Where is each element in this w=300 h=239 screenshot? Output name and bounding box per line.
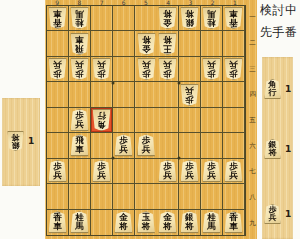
- piece-gote-銀将[interactable]: 銀将: [180, 7, 199, 29]
- rank-label-9: 九: [248, 210, 257, 236]
- cell-9-9[interactable]: 香車: [47, 210, 69, 235]
- rank-label-8: 八: [248, 185, 257, 211]
- piece-kanji: 歩: [163, 69, 172, 78]
- piece-gote-角行[interactable]: 角行: [92, 109, 111, 131]
- piece-kanji: 馬: [75, 222, 84, 231]
- cell-6-2[interactable]: [113, 31, 135, 56]
- piece-kanji: 歩: [229, 69, 238, 78]
- piece-gote-銀将[interactable]: 銀将: [7, 131, 24, 151]
- cell-9-2[interactable]: [47, 31, 69, 56]
- piece-kanji: 将: [269, 149, 277, 158]
- cell-2-7[interactable]: 歩兵: [201, 159, 223, 184]
- rank-label-3: 三: [248, 56, 257, 82]
- piece-kanji: 将: [163, 35, 172, 44]
- star-point: [112, 157, 115, 160]
- piece-kanji: 歩: [75, 69, 84, 78]
- piece-sente-歩兵[interactable]: 歩兵: [92, 160, 111, 182]
- cell-8-5[interactable]: 歩兵: [69, 108, 91, 133]
- cell-7-2[interactable]: [91, 31, 113, 56]
- cell-5-9[interactable]: 玉将: [135, 210, 157, 235]
- piece-kanji: 将: [163, 222, 172, 231]
- piece-gote-歩兵[interactable]: 歩兵: [180, 84, 199, 106]
- cell-9-6[interactable]: [47, 133, 69, 158]
- hand-count: 1: [285, 144, 291, 154]
- cell-8-7[interactable]: [69, 159, 91, 184]
- rank-label-7: 七: [248, 159, 257, 185]
- piece-kanji: 将: [185, 222, 194, 231]
- piece-gote-金将[interactable]: 金将: [158, 7, 177, 29]
- piece-kanji: 車: [75, 35, 84, 44]
- cell-9-4[interactable]: [47, 82, 69, 107]
- board-grid: 香車桂馬金将銀将桂馬香車飛車金将王将歩兵歩兵歩兵歩兵歩兵歩兵歩兵歩兵歩兵角行飛車…: [46, 5, 246, 236]
- cell-3-9[interactable]: 銀将: [179, 210, 201, 235]
- cell-5-1[interactable]: [135, 6, 157, 31]
- cell-8-4[interactable]: [69, 82, 91, 107]
- cell-1-8[interactable]: [223, 184, 245, 209]
- piece-kanji: 銀: [12, 141, 20, 150]
- piece-kanji: 兵: [119, 145, 128, 154]
- cell-6-6[interactable]: 歩兵: [113, 133, 135, 158]
- hand-entry-銀将: 銀将1: [264, 139, 291, 159]
- piece-kanji: 将: [119, 222, 128, 231]
- cell-9-1[interactable]: 香車: [47, 6, 69, 31]
- cell-1-7[interactable]: 歩兵: [223, 159, 245, 184]
- cell-1-2[interactable]: [223, 31, 245, 56]
- piece-kanji: 兵: [75, 60, 84, 69]
- piece-kanji: 兵: [142, 60, 151, 69]
- cell-3-8[interactable]: [179, 184, 201, 209]
- piece-kanji: 兵: [207, 171, 216, 180]
- star-point: [112, 81, 115, 84]
- cell-6-1[interactable]: [113, 6, 135, 31]
- cell-2-4[interactable]: [201, 82, 223, 107]
- cell-3-6[interactable]: [179, 133, 201, 158]
- cell-7-8[interactable]: [91, 184, 113, 209]
- cell-4-5[interactable]: [157, 108, 179, 133]
- cell-1-3[interactable]: 歩兵: [223, 57, 245, 82]
- cell-1-5[interactable]: [223, 108, 245, 133]
- cell-2-5[interactable]: [201, 108, 223, 133]
- cell-9-3[interactable]: 歩兵: [47, 57, 69, 82]
- star-point: [177, 157, 180, 160]
- cell-7-9[interactable]: [91, 210, 113, 235]
- piece-sente-桂馬[interactable]: 桂馬: [70, 211, 89, 233]
- cell-7-4[interactable]: [91, 82, 113, 107]
- cell-5-8[interactable]: [135, 184, 157, 209]
- piece-gote-金将[interactable]: 金将: [137, 33, 156, 55]
- cell-5-6[interactable]: 歩兵: [135, 133, 157, 158]
- cell-1-6[interactable]: [223, 133, 245, 158]
- cell-8-9[interactable]: 桂馬: [69, 210, 91, 235]
- piece-gote-歩兵[interactable]: 歩兵: [70, 58, 89, 80]
- cell-1-4[interactable]: [223, 82, 245, 107]
- cell-2-3[interactable]: 歩兵: [201, 57, 223, 82]
- piece-kanji: 車: [229, 222, 238, 231]
- piece-kanji: 桂: [75, 18, 84, 27]
- piece-sente-香車[interactable]: 香車: [48, 211, 67, 233]
- piece-gote-歩兵[interactable]: 歩兵: [202, 58, 221, 80]
- piece-kanji: 兵: [163, 171, 172, 180]
- cell-8-6[interactable]: 飛車: [69, 133, 91, 158]
- piece-kanji: 兵: [163, 60, 172, 69]
- cell-8-8[interactable]: [69, 184, 91, 209]
- piece-gote-歩兵[interactable]: 歩兵: [137, 58, 156, 80]
- cell-2-2[interactable]: [201, 31, 223, 56]
- piece-gote-桂馬[interactable]: 桂馬: [202, 7, 221, 29]
- cell-1-9[interactable]: 香車: [223, 210, 245, 235]
- piece-sente-銀将[interactable]: 銀将: [180, 211, 199, 233]
- piece-kanji: 将: [185, 9, 194, 18]
- cell-4-7[interactable]: 歩兵: [157, 159, 179, 184]
- cell-2-8[interactable]: [201, 184, 223, 209]
- cell-4-6[interactable]: [157, 133, 179, 158]
- cell-3-7[interactable]: 歩兵: [179, 159, 201, 184]
- piece-kanji: 桂: [207, 18, 216, 27]
- piece-kanji: 兵: [229, 171, 238, 180]
- gote-hand-stand: 銀将1: [2, 98, 40, 186]
- piece-kanji: 車: [53, 222, 62, 231]
- piece-kanji: 兵: [185, 86, 194, 95]
- cell-9-8[interactable]: [47, 184, 69, 209]
- piece-kanji: 将: [163, 9, 172, 18]
- piece-kanji: 車: [53, 9, 62, 18]
- cell-5-5[interactable]: [135, 108, 157, 133]
- cell-2-9[interactable]: 桂馬: [201, 210, 223, 235]
- status-panel: 検討中 先手番: [260, 4, 298, 48]
- piece-sente-角行[interactable]: 角行: [264, 79, 281, 99]
- rank-labels: 一二三四五六七八九: [248, 5, 257, 236]
- piece-kanji: 馬: [207, 9, 216, 18]
- cell-8-1[interactable]: 桂馬: [69, 6, 91, 31]
- cell-7-1[interactable]: [91, 6, 113, 31]
- piece-sente-歩兵[interactable]: 歩兵: [114, 134, 133, 156]
- piece-kanji: 兵: [207, 60, 216, 69]
- hand-entry-角行: 角行1: [264, 79, 291, 99]
- cell-3-4[interactable]: 歩兵: [179, 82, 201, 107]
- sente-hand-stand: 角行1銀将1歩兵1: [262, 57, 293, 239]
- piece-kanji: 角: [97, 120, 106, 129]
- piece-kanji: 歩: [97, 69, 106, 78]
- cell-4-1[interactable]: 金将: [157, 6, 179, 31]
- piece-sente-玉将[interactable]: 玉将: [137, 211, 156, 233]
- piece-kanji: 車: [75, 145, 84, 154]
- hand-count: 1: [285, 209, 291, 219]
- piece-sente-歩兵[interactable]: 歩兵: [264, 204, 281, 224]
- cell-4-4[interactable]: [157, 82, 179, 107]
- cell-7-3[interactable]: 歩兵: [91, 57, 113, 82]
- cell-5-3[interactable]: 歩兵: [135, 57, 157, 82]
- piece-sente-金将[interactable]: 金将: [158, 211, 177, 233]
- cell-6-5[interactable]: [113, 108, 135, 133]
- piece-kanji: 行: [97, 111, 106, 120]
- piece-sente-歩兵[interactable]: 歩兵: [48, 160, 67, 182]
- shogi-analysis-window: 銀将1 987654321 一二三四五六七八九 香車桂馬金将銀将桂馬香車飛車金将…: [0, 0, 300, 239]
- piece-kanji: 兵: [97, 171, 106, 180]
- cell-9-5[interactable]: [47, 108, 69, 133]
- rank-label-2: 二: [248, 31, 257, 57]
- cell-9-7[interactable]: 歩兵: [47, 159, 69, 184]
- hand-entry-歩兵: 歩兵1: [264, 204, 291, 224]
- piece-gote-香車[interactable]: 香車: [224, 7, 243, 29]
- rank-label-6: 六: [248, 133, 257, 159]
- piece-kanji: 馬: [207, 222, 216, 231]
- piece-sente-金将[interactable]: 金将: [114, 211, 133, 233]
- hand-count: 1: [285, 84, 291, 94]
- piece-kanji: 王: [163, 44, 172, 53]
- status-turn: 先手番: [260, 26, 298, 39]
- piece-kanji: 兵: [142, 145, 151, 154]
- cell-5-7[interactable]: [135, 159, 157, 184]
- status-analyzing: 検討中: [260, 4, 298, 17]
- piece-gote-歩兵[interactable]: 歩兵: [92, 58, 111, 80]
- piece-kanji: 歩: [207, 69, 216, 78]
- piece-kanji: 馬: [75, 9, 84, 18]
- piece-gote-飛車[interactable]: 飛車: [70, 33, 89, 55]
- piece-sente-飛車[interactable]: 飛車: [70, 134, 89, 156]
- piece-kanji: 兵: [185, 171, 194, 180]
- cell-7-6[interactable]: [91, 133, 113, 158]
- rank-label-4: 四: [248, 82, 257, 108]
- piece-sente-歩兵[interactable]: 歩兵: [180, 160, 199, 182]
- piece-kanji: 金: [142, 44, 151, 53]
- piece-kanji: 兵: [53, 171, 62, 180]
- cell-6-8[interactable]: [113, 184, 135, 209]
- piece-kanji: 飛: [75, 44, 84, 53]
- cell-5-4[interactable]: [135, 82, 157, 107]
- cell-5-2[interactable]: 金将: [135, 31, 157, 56]
- cell-8-2[interactable]: 飛車: [69, 31, 91, 56]
- cell-8-3[interactable]: 歩兵: [69, 57, 91, 82]
- cell-4-2[interactable]: 王将: [157, 31, 179, 56]
- cell-6-3[interactable]: [113, 57, 135, 82]
- piece-kanji: 銀: [185, 18, 194, 27]
- piece-sente-香車[interactable]: 香車: [224, 211, 243, 233]
- cell-2-6[interactable]: [201, 133, 223, 158]
- cell-1-1[interactable]: 香車: [223, 6, 245, 31]
- cell-2-1[interactable]: 桂馬: [201, 6, 223, 31]
- cell-7-7[interactable]: 歩兵: [91, 159, 113, 184]
- hand-entry-銀将: 銀将1: [7, 131, 34, 151]
- piece-kanji: 行: [269, 89, 277, 98]
- cell-3-5[interactable]: [179, 108, 201, 133]
- rank-label-5: 五: [248, 108, 257, 134]
- cell-3-2[interactable]: [179, 31, 201, 56]
- hand-count: 1: [28, 136, 34, 146]
- cell-6-9[interactable]: 金将: [113, 210, 135, 235]
- cell-6-4[interactable]: [113, 82, 135, 107]
- piece-kanji: 歩: [53, 69, 62, 78]
- piece-kanji: 歩: [142, 69, 151, 78]
- piece-gote-香車[interactable]: 香車: [48, 7, 67, 29]
- cell-4-9[interactable]: 金将: [157, 210, 179, 235]
- piece-sente-歩兵[interactable]: 歩兵: [158, 160, 177, 182]
- piece-sente-歩兵[interactable]: 歩兵: [137, 134, 156, 156]
- piece-sente-歩兵[interactable]: 歩兵: [202, 160, 221, 182]
- cell-6-7[interactable]: [113, 159, 135, 184]
- rank-label-1: 一: [248, 5, 257, 31]
- piece-kanji: 兵: [75, 120, 84, 129]
- piece-kanji: 兵: [97, 60, 106, 69]
- cell-7-5[interactable]: 角行: [91, 108, 113, 133]
- cell-4-8[interactable]: [157, 184, 179, 209]
- piece-kanji: 兵: [229, 60, 238, 69]
- shogi-board: 987654321 一二三四五六七八九 香車桂馬金将銀将桂馬香車飛車金将王将歩兵…: [45, 0, 257, 239]
- piece-gote-歩兵[interactable]: 歩兵: [158, 58, 177, 80]
- piece-gote-桂馬[interactable]: 桂馬: [70, 7, 89, 29]
- piece-gote-歩兵[interactable]: 歩兵: [224, 58, 243, 80]
- piece-sente-歩兵[interactable]: 歩兵: [224, 160, 243, 182]
- star-point: [177, 81, 180, 84]
- piece-gote-王将[interactable]: 王将: [158, 33, 177, 55]
- piece-kanji: 香: [53, 18, 62, 27]
- piece-kanji: 兵: [269, 214, 277, 223]
- piece-kanji: 将: [142, 35, 151, 44]
- cell-3-1[interactable]: 銀将: [179, 6, 201, 31]
- piece-sente-銀将[interactable]: 銀将: [264, 139, 281, 159]
- piece-kanji: 将: [142, 222, 151, 231]
- piece-kanji: 金: [163, 18, 172, 27]
- piece-kanji: 兵: [53, 60, 62, 69]
- piece-kanji: 香: [229, 18, 238, 27]
- piece-sente-桂馬[interactable]: 桂馬: [202, 211, 221, 233]
- piece-sente-歩兵[interactable]: 歩兵: [70, 109, 89, 131]
- cell-3-3[interactable]: [179, 57, 201, 82]
- piece-gote-歩兵[interactable]: 歩兵: [48, 58, 67, 80]
- piece-kanji: 車: [229, 9, 238, 18]
- cell-4-3[interactable]: 歩兵: [157, 57, 179, 82]
- piece-kanji: 将: [12, 133, 20, 142]
